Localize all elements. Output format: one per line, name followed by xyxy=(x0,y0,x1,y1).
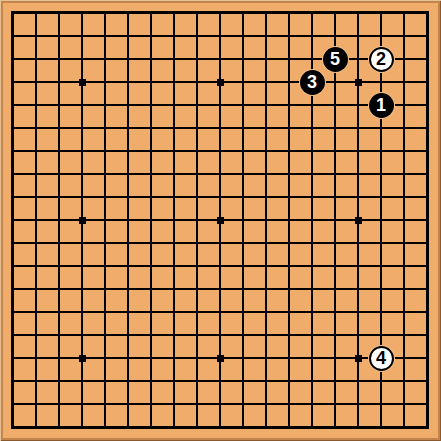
star-point xyxy=(217,217,224,224)
star-point xyxy=(355,217,362,224)
stone-black-5: 5 xyxy=(323,47,348,72)
stone-white-4: 4 xyxy=(369,346,394,371)
stone-black-1: 1 xyxy=(369,93,394,118)
go-board: 12345 xyxy=(0,0,441,441)
star-point xyxy=(79,355,86,362)
stone-white-2: 2 xyxy=(369,47,394,72)
star-point xyxy=(217,79,224,86)
star-point xyxy=(79,217,86,224)
star-point xyxy=(355,355,362,362)
star-point xyxy=(79,79,86,86)
stone-black-3: 3 xyxy=(300,70,325,95)
star-point xyxy=(355,79,362,86)
points-layer: 12345 xyxy=(2,2,439,439)
star-point xyxy=(217,355,224,362)
